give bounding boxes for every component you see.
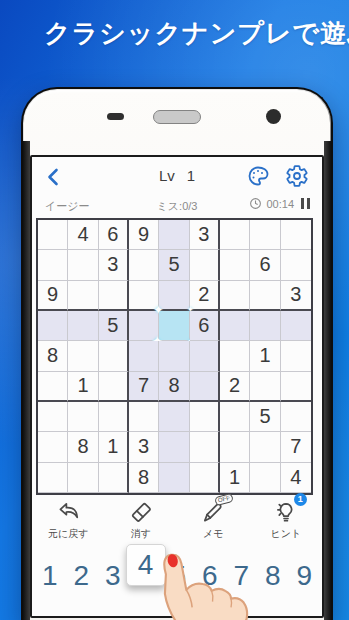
cell-digit: 8: [77, 435, 88, 458]
cell-r3c7[interactable]: [220, 281, 250, 311]
numpad-key-4[interactable]: 4: [126, 544, 166, 586]
level-label: Lv: [159, 167, 175, 184]
eraser-icon: [128, 499, 154, 525]
cell-digit: 4: [77, 223, 88, 246]
cell-digit: 7: [138, 374, 149, 397]
level-title: Lv1: [32, 167, 322, 184]
settings-button[interactable]: [285, 164, 309, 188]
erase-label: 消す: [131, 527, 151, 541]
cell-r7c8[interactable]: 5: [250, 402, 280, 432]
numpad-key-1[interactable]: 1: [34, 554, 66, 598]
level-value: 1: [187, 167, 195, 184]
cell-digit: 3: [138, 435, 149, 458]
cell-r2c6[interactable]: [190, 250, 220, 280]
cell-digit: 1: [259, 344, 270, 367]
earpiece-icon: [153, 110, 201, 124]
palette-icon: [246, 164, 270, 188]
hint-count-badge: 1: [294, 493, 307, 506]
cell-digit: 9: [47, 283, 58, 306]
cell-r4c6[interactable]: 6: [190, 311, 220, 341]
cell-r4c5[interactable]: ✦✦✦✦: [159, 311, 189, 341]
cell-r4c7[interactable]: [220, 311, 250, 341]
undo-label: 元に戻す: [48, 527, 88, 541]
cell-r1c2[interactable]: 4: [68, 220, 98, 250]
undo-icon: [55, 499, 81, 525]
cell-r6c2[interactable]: 1: [68, 372, 98, 402]
cell-r9c2[interactable]: [68, 463, 98, 493]
cell-digit: 6: [259, 253, 270, 276]
cell-r1c9[interactable]: [281, 220, 311, 250]
cell-r1c6[interactable]: 3: [190, 220, 220, 250]
cell-r6c1[interactable]: [38, 372, 68, 402]
numpad-key-5[interactable]: 5: [163, 554, 195, 598]
cell-r8c5[interactable]: [159, 432, 189, 462]
app-screen: Lv1 イージー ミス:0/3: [30, 155, 324, 618]
cell-digit: 7: [290, 435, 301, 458]
cell-r9c8[interactable]: [250, 463, 280, 493]
numpad-key-8[interactable]: 8: [257, 554, 289, 598]
cell-r2c3[interactable]: 3: [99, 250, 129, 280]
hint-label: ヒント: [270, 527, 301, 541]
cell-digit: 5: [168, 253, 179, 276]
cell-r2c9[interactable]: [281, 250, 311, 280]
timer-value: 00:14: [266, 198, 294, 210]
cell-r5c8[interactable]: 1: [250, 341, 280, 371]
cell-digit: 6: [107, 223, 118, 246]
cell-r2c8[interactable]: 6: [250, 250, 280, 280]
cell-r4c9[interactable]: [281, 311, 311, 341]
cell-digit: 6: [198, 314, 209, 337]
cell-r4c4[interactable]: [129, 311, 159, 341]
cell-r1c7[interactable]: [220, 220, 250, 250]
cell-r6c6[interactable]: [190, 372, 220, 402]
cell-r3c5[interactable]: [159, 281, 189, 311]
cell-r6c4[interactable]: 7: [129, 372, 159, 402]
cell-r1c3[interactable]: 6: [99, 220, 129, 250]
cell-r5c4[interactable]: [129, 341, 159, 371]
cell-r1c1[interactable]: [38, 220, 68, 250]
memo-label: メモ: [203, 527, 223, 541]
cell-r9c4[interactable]: 8: [129, 463, 159, 493]
cell-r9c3[interactable]: [99, 463, 129, 493]
cell-r7c1[interactable]: [38, 402, 68, 432]
cell-r9c7[interactable]: 1: [220, 463, 250, 493]
toolbar: 元に戻す 消す OFF メモ: [32, 499, 322, 549]
memo-button[interactable]: OFF メモ: [177, 499, 250, 549]
cell-r8c6[interactable]: [190, 432, 220, 462]
cell-r6c5[interactable]: 8: [159, 372, 189, 402]
cell-r4c3[interactable]: 5: [99, 311, 129, 341]
cell-r7c4[interactable]: [129, 402, 159, 432]
hint-bulb-icon: 1: [273, 499, 299, 525]
numpad-key-6[interactable]: 6: [194, 554, 226, 598]
cell-r1c8[interactable]: [250, 220, 280, 250]
numpad-key-3[interactable]: 3: [97, 554, 129, 598]
cell-r2c7[interactable]: [220, 250, 250, 280]
cell-digit: 3: [107, 253, 118, 276]
cell-digit: 8: [168, 374, 179, 397]
cell-r5c1[interactable]: 8: [38, 341, 68, 371]
cell-digit: 5: [259, 405, 270, 428]
cell-r3c2[interactable]: [68, 281, 98, 311]
status-bar: イージー ミス:0/3 00:14: [32, 197, 322, 215]
cell-r4c8[interactable]: [250, 311, 280, 341]
numpad-key-2[interactable]: 2: [66, 554, 98, 598]
phone-frame: Lv1 イージー ミス:0/3: [21, 87, 333, 620]
cell-r6c9[interactable]: [281, 372, 311, 402]
gear-icon: [285, 164, 309, 188]
erase-button[interactable]: 消す: [105, 499, 178, 549]
cell-r9c5[interactable]: [159, 463, 189, 493]
cell-digit: 1: [77, 374, 88, 397]
numpad-key-9[interactable]: 9: [289, 554, 321, 598]
banner-title: クラシックナンプレで遊ぶ: [0, 16, 349, 51]
cell-r6c3[interactable]: [99, 372, 129, 402]
cell-r5c5[interactable]: [159, 341, 189, 371]
cell-r7c2[interactable]: [68, 402, 98, 432]
cell-digit: 3: [198, 223, 209, 246]
cell-r6c8[interactable]: [250, 372, 280, 402]
cell-r6c7[interactable]: 2: [220, 372, 250, 402]
cell-r7c9[interactable]: [281, 402, 311, 432]
cell-r5c7[interactable]: [220, 341, 250, 371]
cell-digit: 5: [107, 314, 118, 337]
sudoku-grid: 46933569235✦✦✦✦681178258137814: [36, 218, 313, 495]
cell-digit: 2: [229, 374, 240, 397]
cell-r5c9[interactable]: [281, 341, 311, 371]
cell-r8c9[interactable]: 7: [281, 432, 311, 462]
cell-digit: 9: [138, 223, 149, 246]
cell-r3c8[interactable]: [250, 281, 280, 311]
cell-digit: 8: [47, 344, 58, 367]
cell-r5c6[interactable]: [190, 341, 220, 371]
cell-r2c4[interactable]: [129, 250, 159, 280]
cell-r4c2[interactable]: [68, 311, 98, 341]
cell-r8c7[interactable]: [220, 432, 250, 462]
cell-digit: 3: [290, 283, 301, 306]
pause-button[interactable]: [301, 198, 310, 209]
cell-r7c5[interactable]: [159, 402, 189, 432]
speaker-slot-icon: [107, 113, 124, 120]
cell-r9c1[interactable]: [38, 463, 68, 493]
cell-r1c4[interactable]: 9: [129, 220, 159, 250]
cell-r3c3[interactable]: [99, 281, 129, 311]
numpad-key-7[interactable]: 7: [226, 554, 258, 598]
cell-r3c6[interactable]: 2: [190, 281, 220, 311]
cell-r9c6[interactable]: [190, 463, 220, 493]
cell-r8c4[interactable]: 3: [129, 432, 159, 462]
cell-r2c1[interactable]: [38, 250, 68, 280]
number-pad: 123456789: [34, 553, 320, 599]
cell-digit: 2: [198, 283, 209, 306]
cell-r5c2[interactable]: [68, 341, 98, 371]
cell-digit: 4: [290, 466, 301, 489]
cell-r3c9[interactable]: 3: [281, 281, 311, 311]
cell-r8c8[interactable]: [250, 432, 280, 462]
memo-pen-icon: OFF: [200, 499, 226, 525]
cell-r9c9[interactable]: 4: [281, 463, 311, 493]
undo-button[interactable]: 元に戻す: [32, 499, 105, 549]
cell-r2c5[interactable]: 5: [159, 250, 189, 280]
cell-digit: 1: [107, 435, 118, 458]
cell-r4c1[interactable]: [38, 311, 68, 341]
cell-r3c4[interactable]: [129, 281, 159, 311]
cell-r1c5[interactable]: [159, 220, 189, 250]
cell-r7c6[interactable]: [190, 402, 220, 432]
cell-r5c3[interactable]: [99, 341, 129, 371]
cell-r3c1[interactable]: 9: [38, 281, 68, 311]
clock-icon: [249, 197, 262, 210]
cell-r8c3[interactable]: 1: [99, 432, 129, 462]
cell-r7c7[interactable]: [220, 402, 250, 432]
hint-button[interactable]: 1 ヒント: [250, 499, 323, 549]
cell-r8c1[interactable]: [38, 432, 68, 462]
app-header: Lv1: [32, 162, 322, 192]
cell-r8c2[interactable]: 8: [68, 432, 98, 462]
cell-digit: 8: [138, 466, 149, 489]
cell-r2c2[interactable]: [68, 250, 98, 280]
cell-digit: 1: [229, 466, 240, 489]
cell-r7c3[interactable]: [99, 402, 129, 432]
front-camera-icon: [266, 109, 281, 124]
theme-button[interactable]: [246, 164, 270, 188]
